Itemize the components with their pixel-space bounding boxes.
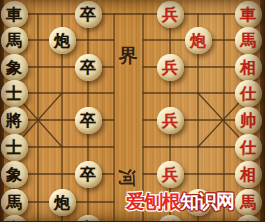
- piece-character: 炮: [49, 189, 76, 216]
- piece-character: 相: [235, 161, 262, 188]
- piece-character: 車: [1, 1, 28, 28]
- piece-character: 仕: [235, 80, 262, 107]
- piece-character: 炮: [185, 27, 212, 54]
- piece-black-advisor[interactable]: 士: [1, 80, 28, 107]
- piece-black-soldier[interactable]: 卒: [75, 215, 102, 222]
- piece-black-cannon[interactable]: 炮: [49, 27, 76, 54]
- piece-character: 卒: [75, 161, 102, 188]
- piece-character: 卒: [75, 1, 102, 28]
- piece-red-horse[interactable]: 馬: [235, 27, 262, 54]
- piece-character: 帅: [235, 107, 262, 134]
- piece-character: 象: [1, 161, 28, 188]
- piece-black-advisor[interactable]: 士: [1, 134, 28, 161]
- piece-character: 象: [1, 54, 28, 81]
- piece-character: 馬: [235, 189, 262, 216]
- piece-black-soldier[interactable]: 卒: [75, 107, 102, 134]
- piece-red-soldier[interactable]: 兵: [157, 107, 184, 134]
- piece-red-soldier[interactable]: 兵: [157, 54, 184, 81]
- piece-character: 兵: [157, 161, 184, 188]
- piece-character: 兵: [157, 54, 184, 81]
- piece-character: 車: [1, 215, 28, 222]
- piece-character: 兵: [157, 107, 184, 134]
- piece-black-horse[interactable]: 馬: [1, 27, 28, 54]
- piece-black-horse[interactable]: 馬: [1, 189, 28, 216]
- piece-character: 卒: [75, 54, 102, 81]
- watermark-red-text: 爱刨根: [126, 190, 180, 212]
- watermark: 爱刨根知识网: [126, 189, 234, 215]
- piece-black-cannon[interactable]: 炮: [49, 189, 76, 216]
- river-label-jie: 界: [117, 44, 139, 66]
- piece-black-soldier[interactable]: 卒: [75, 54, 102, 81]
- piece-character: 炮: [49, 27, 76, 54]
- piece-character: 士: [1, 134, 28, 161]
- piece-red-general[interactable]: 帅: [235, 107, 262, 134]
- piece-black-general[interactable]: 將: [1, 107, 28, 134]
- piece-red-chariot[interactable]: 車: [235, 215, 262, 222]
- piece-black-chariot[interactable]: 車: [1, 215, 28, 222]
- piece-black-soldier[interactable]: 卒: [75, 1, 102, 28]
- piece-red-advisor[interactable]: 仕: [235, 134, 262, 161]
- piece-red-horse[interactable]: 馬: [235, 189, 262, 216]
- watermark-white-text: 知识网: [180, 190, 234, 212]
- piece-character: 馬: [1, 27, 28, 54]
- piece-character: 將: [1, 107, 28, 134]
- piece-red-soldier[interactable]: 兵: [157, 1, 184, 28]
- piece-character: 兵: [157, 215, 184, 222]
- piece-character: 馬: [235, 27, 262, 54]
- piece-character: 相: [235, 54, 262, 81]
- piece-character: 士: [1, 80, 28, 107]
- piece-black-elephant[interactable]: 象: [1, 161, 28, 188]
- xiangqi-board-photo: 界 河 車馬象士將士象馬車炮炮卒卒卒卒卒兵兵兵兵兵炮炮車馬相仕帅仕相馬車 爱刨根…: [0, 0, 265, 221]
- piece-red-elephant[interactable]: 相: [235, 161, 262, 188]
- piece-character: 車: [235, 215, 262, 222]
- piece-character: 卒: [75, 215, 102, 222]
- river-label-he: 河: [116, 167, 139, 190]
- piece-red-advisor[interactable]: 仕: [235, 80, 262, 107]
- piece-red-soldier[interactable]: 兵: [157, 215, 184, 222]
- piece-character: 卒: [75, 107, 102, 134]
- piece-black-elephant[interactable]: 象: [1, 54, 28, 81]
- piece-red-chariot[interactable]: 車: [235, 1, 262, 28]
- piece-character: 仕: [235, 134, 262, 161]
- piece-black-soldier[interactable]: 卒: [75, 161, 102, 188]
- piece-red-soldier[interactable]: 兵: [157, 161, 184, 188]
- piece-character: 馬: [1, 189, 28, 216]
- piece-character: 車: [235, 1, 262, 28]
- piece-red-cannon[interactable]: 炮: [185, 27, 212, 54]
- piece-character: 兵: [157, 1, 184, 28]
- piece-black-chariot[interactable]: 車: [1, 1, 28, 28]
- piece-red-elephant[interactable]: 相: [235, 54, 262, 81]
